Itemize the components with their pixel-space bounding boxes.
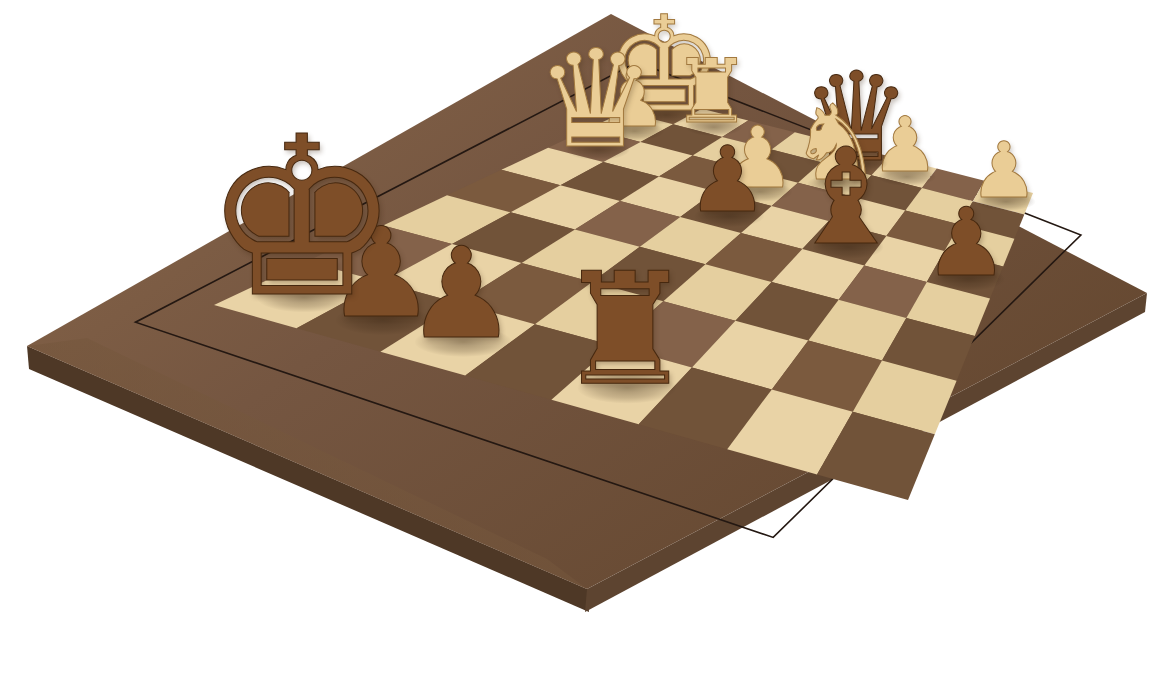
piece-dark-pawn-e5[interactable]: ♟ [687,135,768,226]
piece-dark-rook-d1[interactable]: ♜ [556,253,695,408]
piece-white-queen-h6[interactable]: ♛ [535,31,656,166]
piece-dark-king-h1[interactable]: ♚ [203,108,401,329]
chessboard-photo: ♚♜♟♟♛♟♞♛♟♝♟♟♜♟♟♚ [0,0,1156,684]
piece-dark-pawn-a5[interactable]: ♟ [924,195,1009,289]
piece-dark-bishop-c5[interactable]: ♝ [786,131,905,264]
